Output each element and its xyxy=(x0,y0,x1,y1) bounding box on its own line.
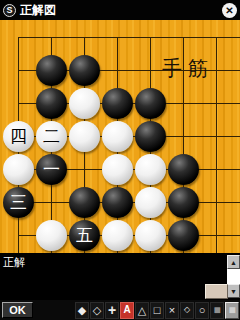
board-cell[interactable] xyxy=(2,54,35,87)
black-stone xyxy=(69,55,100,86)
filled-diamond-tool-button[interactable]: ◆ xyxy=(75,302,89,319)
window-title: 正解図 xyxy=(20,2,56,19)
board-cell[interactable] xyxy=(2,87,35,120)
white-stone xyxy=(102,121,133,152)
black-stone xyxy=(36,88,67,119)
board-cell[interactable] xyxy=(167,153,200,186)
black-stone xyxy=(135,121,166,152)
close-icon[interactable]: ✕ xyxy=(222,3,237,18)
black-stone xyxy=(168,220,199,251)
scroll-up-icon[interactable]: ▲ xyxy=(227,255,240,269)
board-cell[interactable] xyxy=(200,186,233,219)
board-cell[interactable] xyxy=(200,21,233,54)
board-cell[interactable] xyxy=(167,186,200,219)
move-number-label: 三 xyxy=(10,194,27,211)
board-cell[interactable] xyxy=(35,87,68,120)
board-cell[interactable] xyxy=(101,120,134,153)
black-stone: 五 xyxy=(69,220,100,251)
black-stone xyxy=(168,187,199,218)
board-cell[interactable] xyxy=(134,153,167,186)
board-cell[interactable]: 一 xyxy=(35,153,68,186)
board-cell[interactable] xyxy=(2,219,35,252)
scrollbar-track[interactable] xyxy=(227,269,240,284)
board-cell[interactable] xyxy=(134,120,167,153)
board-cell[interactable] xyxy=(101,186,134,219)
white-stone xyxy=(69,88,100,119)
open-diamond-tool-button[interactable]: ◇ xyxy=(90,302,104,319)
board-caption: 手筋 xyxy=(162,55,214,82)
app-icon: S xyxy=(3,4,16,17)
white-stone xyxy=(3,154,34,185)
white-stone xyxy=(36,220,67,251)
board-cell[interactable] xyxy=(101,153,134,186)
board-cell[interactable] xyxy=(101,87,134,120)
board-cell[interactable] xyxy=(35,219,68,252)
board-cell[interactable] xyxy=(2,21,35,54)
white-stone xyxy=(135,220,166,251)
bottom-toolbar: OK ◆◇+A△□×◇○■■ xyxy=(0,300,240,320)
black-stone xyxy=(102,88,133,119)
board-cell[interactable] xyxy=(167,21,200,54)
board-cell[interactable] xyxy=(68,120,101,153)
letter-a-tool-button[interactable]: A xyxy=(120,302,134,319)
board-cell[interactable]: 五 xyxy=(68,219,101,252)
circle-tool-button[interactable]: ○ xyxy=(195,302,209,319)
board-cell[interactable] xyxy=(134,186,167,219)
board-cell[interactable] xyxy=(2,153,35,186)
board-cell[interactable] xyxy=(200,120,233,153)
board-cell[interactable] xyxy=(167,87,200,120)
black-stone xyxy=(135,88,166,119)
ok-button[interactable]: OK xyxy=(2,302,33,318)
move-number-label: 二 xyxy=(43,128,60,145)
board-cell[interactable] xyxy=(101,219,134,252)
board-cell[interactable] xyxy=(167,219,200,252)
black-stone xyxy=(36,55,67,86)
white-stone xyxy=(69,121,100,152)
go-board[interactable]: 四二一三五 手筋 xyxy=(0,20,240,253)
light-filled-square-tool-button[interactable]: ■ xyxy=(225,302,239,319)
dark-filled-square-tool-button[interactable]: ■ xyxy=(210,302,224,319)
board-cell[interactable] xyxy=(35,54,68,87)
marker-tool-icons: ◆◇+A△□×◇○■■ xyxy=(75,302,239,319)
move-number-label: 四 xyxy=(10,128,27,145)
board-cell[interactable] xyxy=(134,87,167,120)
black-stone xyxy=(69,187,100,218)
board-cell[interactable] xyxy=(68,54,101,87)
board-cell[interactable] xyxy=(134,21,167,54)
board-cell[interactable]: 三 xyxy=(2,186,35,219)
title-bar: S 正解図 ✕ xyxy=(0,0,240,20)
white-stone xyxy=(102,220,133,251)
board-cell[interactable] xyxy=(101,54,134,87)
triangle-tool-button[interactable]: △ xyxy=(135,302,149,319)
move-number-label: 一 xyxy=(43,161,60,178)
board-cell[interactable] xyxy=(167,120,200,153)
board-cell[interactable]: 四 xyxy=(2,120,35,153)
white-stone xyxy=(135,154,166,185)
square-tool-button[interactable]: □ xyxy=(150,302,164,319)
message-panel: 正解 ▲ ▼ xyxy=(0,253,240,300)
board-cell[interactable]: 二 xyxy=(35,120,68,153)
scroll-down-icon[interactable]: ▼ xyxy=(227,284,240,298)
board-cell[interactable] xyxy=(35,21,68,54)
board-cell[interactable] xyxy=(134,219,167,252)
raised-blank-button xyxy=(205,284,228,299)
black-stone: 一 xyxy=(36,154,67,185)
board-cell[interactable] xyxy=(101,21,134,54)
small-diamond-tool-button[interactable]: ◇ xyxy=(180,302,194,319)
message-text: 正解 xyxy=(3,255,25,270)
board-cell[interactable] xyxy=(68,153,101,186)
black-stone: 三 xyxy=(3,187,34,218)
board-cell[interactable] xyxy=(68,21,101,54)
white-stone xyxy=(135,187,166,218)
white-stone: 二 xyxy=(36,121,67,152)
scrollbar[interactable]: ▲ ▼ xyxy=(227,255,240,298)
board-cell[interactable] xyxy=(200,219,233,252)
board-cell[interactable] xyxy=(35,186,68,219)
board-cell[interactable] xyxy=(68,186,101,219)
white-stone xyxy=(102,154,133,185)
plus-tool-button[interactable]: + xyxy=(105,302,119,319)
black-stone xyxy=(168,154,199,185)
board-cell[interactable] xyxy=(68,87,101,120)
black-stone xyxy=(102,187,133,218)
move-number-label: 五 xyxy=(76,227,93,244)
board-cell[interactable] xyxy=(200,87,233,120)
board-cell[interactable] xyxy=(200,153,233,186)
x-tool-button[interactable]: × xyxy=(165,302,179,319)
white-stone: 四 xyxy=(3,121,34,152)
